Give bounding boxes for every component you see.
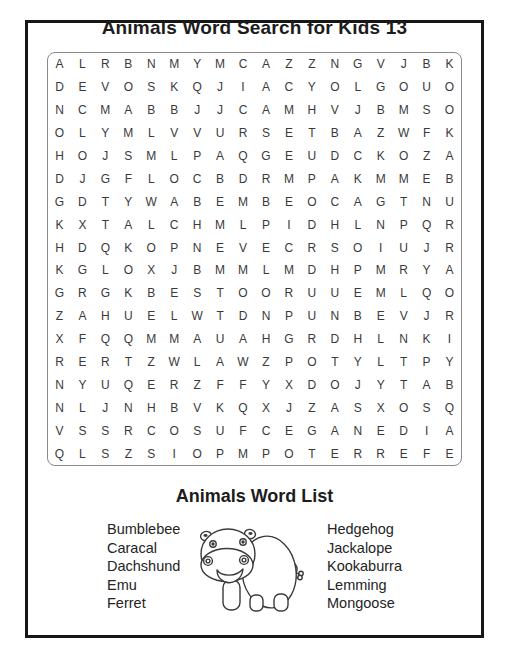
cell-r11c10[interactable]: O	[255, 282, 278, 305]
cell-r17c6[interactable]: O	[163, 419, 186, 442]
cell-r3c5[interactable]: B	[140, 99, 163, 122]
cell-r17c15[interactable]: E	[369, 419, 392, 442]
cell-r6c18[interactable]: B	[438, 167, 461, 190]
cell-r18c18[interactable]: E	[438, 442, 461, 465]
cell-r10c6[interactable]: J	[163, 259, 186, 282]
cell-r3c16[interactable]: M	[392, 99, 415, 122]
cell-r16c6[interactable]: B	[163, 396, 186, 419]
cell-r4c5[interactable]: L	[140, 122, 163, 145]
cell-r15c16[interactable]: T	[392, 373, 415, 396]
cell-r8c16[interactable]: P	[392, 213, 415, 236]
cell-r13c2[interactable]: F	[71, 328, 94, 351]
cell-r18c15[interactable]: R	[369, 442, 392, 465]
cell-r8c6[interactable]: C	[163, 213, 186, 236]
cell-r4c3[interactable]: Y	[94, 122, 117, 145]
cell-r1c15[interactable]: V	[369, 53, 392, 76]
cell-r12c8[interactable]: T	[209, 305, 232, 328]
cell-r5c5[interactable]: M	[140, 145, 163, 168]
cell-r8c13[interactable]: H	[323, 213, 346, 236]
cell-r9c1[interactable]: H	[48, 236, 71, 259]
cell-r1c4[interactable]: B	[117, 53, 140, 76]
cell-r10c8[interactable]: M	[209, 259, 232, 282]
cell-r1c8[interactable]: M	[209, 53, 232, 76]
cell-r2c18[interactable]: O	[438, 76, 461, 99]
cell-r3c14[interactable]: J	[346, 99, 369, 122]
cell-r4c18[interactable]: K	[438, 122, 461, 145]
cell-r5c17[interactable]: Z	[415, 145, 438, 168]
cell-r16c16[interactable]: O	[392, 396, 415, 419]
cell-r17c16[interactable]: D	[392, 419, 415, 442]
cell-r6c17[interactable]: E	[415, 167, 438, 190]
cell-r13c16[interactable]: N	[392, 328, 415, 351]
cell-r8c14[interactable]: L	[346, 213, 369, 236]
cell-r4c12[interactable]: T	[300, 122, 323, 145]
cell-r17c14[interactable]: N	[346, 419, 369, 442]
cell-r2c5[interactable]: S	[140, 76, 163, 99]
cell-r18c5[interactable]: S	[140, 442, 163, 465]
cell-r6c14[interactable]: K	[346, 167, 369, 190]
cell-r1c14[interactable]: G	[346, 53, 369, 76]
cell-r2c3[interactable]: V	[94, 76, 117, 99]
cell-r9c18[interactable]: R	[438, 236, 461, 259]
cell-r17c10[interactable]: C	[255, 419, 278, 442]
cell-r17c4[interactable]: R	[117, 419, 140, 442]
cell-r1c12[interactable]: Z	[300, 53, 323, 76]
cell-r5c1[interactable]: H	[48, 145, 71, 168]
cell-r14c4[interactable]: T	[117, 351, 140, 374]
cell-r3c8[interactable]: J	[209, 99, 232, 122]
cell-r15c14[interactable]: J	[346, 373, 369, 396]
cell-r13c14[interactable]: H	[346, 328, 369, 351]
cell-r3c4[interactable]: A	[117, 99, 140, 122]
cell-r3c9[interactable]: C	[232, 99, 255, 122]
cell-r14c5[interactable]: Z	[140, 351, 163, 374]
cell-r8c5[interactable]: L	[140, 213, 163, 236]
cell-r11c15[interactable]: M	[369, 282, 392, 305]
cell-r2c1[interactable]: D	[48, 76, 71, 99]
cell-r15c5[interactable]: E	[140, 373, 163, 396]
cell-r17c13[interactable]: A	[323, 419, 346, 442]
cell-r15c17[interactable]: A	[415, 373, 438, 396]
cell-r9c8[interactable]: E	[209, 236, 232, 259]
cell-r7c11[interactable]: E	[277, 190, 300, 213]
cell-r5c16[interactable]: O	[392, 145, 415, 168]
cell-r11c6[interactable]: E	[163, 282, 186, 305]
cell-r15c4[interactable]: Q	[117, 373, 140, 396]
cell-r16c10[interactable]: X	[255, 396, 278, 419]
cell-r11c1[interactable]: G	[48, 282, 71, 305]
cell-r13c4[interactable]: Q	[117, 328, 140, 351]
cell-r5c2[interactable]: O	[71, 145, 94, 168]
cell-r11c4[interactable]: K	[117, 282, 140, 305]
cell-r14c1[interactable]: R	[48, 351, 71, 374]
cell-r13c9[interactable]: A	[232, 328, 255, 351]
cell-r6c6[interactable]: O	[163, 167, 186, 190]
cell-r3c11[interactable]: M	[277, 99, 300, 122]
cell-r3c1[interactable]: N	[48, 99, 71, 122]
cell-r7c16[interactable]: T	[392, 190, 415, 213]
cell-r17c9[interactable]: F	[232, 419, 255, 442]
cell-r11c12[interactable]: U	[300, 282, 323, 305]
cell-r4c6[interactable]: V	[163, 122, 186, 145]
cell-r11c17[interactable]: Q	[415, 282, 438, 305]
cell-r1c2[interactable]: L	[71, 53, 94, 76]
cell-r15c10[interactable]: Y	[255, 373, 278, 396]
cell-r7c7[interactable]: B	[186, 190, 209, 213]
cell-r4c8[interactable]: U	[209, 122, 232, 145]
cell-r3c15[interactable]: B	[369, 99, 392, 122]
cell-r18c13[interactable]: E	[323, 442, 346, 465]
cell-r7c9[interactable]: M	[232, 190, 255, 213]
cell-r6c10[interactable]: R	[255, 167, 278, 190]
cell-r12c18[interactable]: R	[438, 305, 461, 328]
cell-r2c13[interactable]: O	[323, 76, 346, 99]
cell-r13c11[interactable]: G	[277, 328, 300, 351]
cell-r4c7[interactable]: V	[186, 122, 209, 145]
cell-r1c5[interactable]: N	[140, 53, 163, 76]
cell-r7c6[interactable]: A	[163, 190, 186, 213]
cell-r2c2[interactable]: E	[71, 76, 94, 99]
cell-r11c13[interactable]: U	[323, 282, 346, 305]
cell-r16c8[interactable]: K	[209, 396, 232, 419]
cell-r5c10[interactable]: G	[255, 145, 278, 168]
cell-r4c11[interactable]: E	[277, 122, 300, 145]
cell-r3c6[interactable]: B	[163, 99, 186, 122]
cell-r16c7[interactable]: V	[186, 396, 209, 419]
cell-r6c9[interactable]: D	[232, 167, 255, 190]
cell-r6c15[interactable]: M	[369, 167, 392, 190]
cell-r10c5[interactable]: X	[140, 259, 163, 282]
cell-r15c12[interactable]: D	[300, 373, 323, 396]
cell-r14c18[interactable]: Y	[438, 351, 461, 374]
cell-r10c9[interactable]: M	[232, 259, 255, 282]
cell-r16c14[interactable]: S	[346, 396, 369, 419]
cell-r10c15[interactable]: M	[369, 259, 392, 282]
cell-r7c1[interactable]: G	[48, 190, 71, 213]
cell-r6c1[interactable]: D	[48, 167, 71, 190]
cell-r11c14[interactable]: E	[346, 282, 369, 305]
cell-r12c2[interactable]: A	[71, 305, 94, 328]
cell-r2c8[interactable]: J	[209, 76, 232, 99]
cell-r13c18[interactable]: I	[438, 328, 461, 351]
cell-r12c3[interactable]: H	[94, 305, 117, 328]
cell-r16c9[interactable]: Q	[232, 396, 255, 419]
cell-r13c12[interactable]: R	[300, 328, 323, 351]
cell-r18c9[interactable]: M	[232, 442, 255, 465]
cell-r12c15[interactable]: E	[369, 305, 392, 328]
cell-r18c16[interactable]: E	[392, 442, 415, 465]
cell-r6c3[interactable]: G	[94, 167, 117, 190]
cell-r11c18[interactable]: O	[438, 282, 461, 305]
cell-r7c14[interactable]: A	[346, 190, 369, 213]
cell-r17c5[interactable]: C	[140, 419, 163, 442]
cell-r13c5[interactable]: M	[140, 328, 163, 351]
cell-r8c12[interactable]: D	[300, 213, 323, 236]
cell-r6c8[interactable]: B	[209, 167, 232, 190]
cell-r12c13[interactable]: N	[323, 305, 346, 328]
cell-r16c18[interactable]: Q	[438, 396, 461, 419]
cell-r7c15[interactable]: G	[369, 190, 392, 213]
cell-r15c11[interactable]: X	[277, 373, 300, 396]
cell-r8c7[interactable]: H	[186, 213, 209, 236]
cell-r17c1[interactable]: V	[48, 419, 71, 442]
cell-r16c5[interactable]: H	[140, 396, 163, 419]
cell-r2c4[interactable]: O	[117, 76, 140, 99]
cell-r6c13[interactable]: A	[323, 167, 346, 190]
cell-r9c6[interactable]: P	[163, 236, 186, 259]
cell-r18c1[interactable]: Q	[48, 442, 71, 465]
cell-r2c14[interactable]: L	[346, 76, 369, 99]
cell-r14c13[interactable]: T	[323, 351, 346, 374]
cell-r17c3[interactable]: S	[94, 419, 117, 442]
cell-r14c17[interactable]: P	[415, 351, 438, 374]
cell-r4c17[interactable]: F	[415, 122, 438, 145]
cell-r14c2[interactable]: E	[71, 351, 94, 374]
cell-r8c11[interactable]: I	[277, 213, 300, 236]
cell-r14c10[interactable]: Z	[255, 351, 278, 374]
cell-r1c6[interactable]: M	[163, 53, 186, 76]
cell-r9c2[interactable]: D	[71, 236, 94, 259]
cell-r4c1[interactable]: O	[48, 122, 71, 145]
cell-r13c17[interactable]: K	[415, 328, 438, 351]
cell-r6c2[interactable]: J	[71, 167, 94, 190]
cell-r18c14[interactable]: R	[346, 442, 369, 465]
cell-r11c16[interactable]: L	[392, 282, 415, 305]
cell-r2c6[interactable]: K	[163, 76, 186, 99]
cell-r12c1[interactable]: Z	[48, 305, 71, 328]
cell-r10c11[interactable]: M	[277, 259, 300, 282]
cell-r9c14[interactable]: O	[346, 236, 369, 259]
cell-r14c9[interactable]: W	[232, 351, 255, 374]
cell-r5c7[interactable]: P	[186, 145, 209, 168]
cell-r4c13[interactable]: B	[323, 122, 346, 145]
cell-r1c13[interactable]: N	[323, 53, 346, 76]
cell-r3c12[interactable]: H	[300, 99, 323, 122]
cell-r12c7[interactable]: W	[186, 305, 209, 328]
cell-r5c12[interactable]: U	[300, 145, 323, 168]
cell-r6c7[interactable]: C	[186, 167, 209, 190]
cell-r10c16[interactable]: R	[392, 259, 415, 282]
cell-r1c9[interactable]: C	[232, 53, 255, 76]
cell-r2c7[interactable]: Q	[186, 76, 209, 99]
cell-r14c14[interactable]: Y	[346, 351, 369, 374]
cell-r10c18[interactable]: A	[438, 259, 461, 282]
cell-r15c6[interactable]: R	[163, 373, 186, 396]
cell-r12c6[interactable]: L	[163, 305, 186, 328]
cell-r9c7[interactable]: N	[186, 236, 209, 259]
cell-r8c8[interactable]: M	[209, 213, 232, 236]
cell-r5c15[interactable]: K	[369, 145, 392, 168]
cell-r15c8[interactable]: F	[209, 373, 232, 396]
cell-r3c13[interactable]: V	[323, 99, 346, 122]
cell-r18c3[interactable]: S	[94, 442, 117, 465]
cell-r9c3[interactable]: Q	[94, 236, 117, 259]
cell-r5c8[interactable]: A	[209, 145, 232, 168]
cell-r7c10[interactable]: B	[255, 190, 278, 213]
cell-r15c9[interactable]: F	[232, 373, 255, 396]
cell-r9c4[interactable]: K	[117, 236, 140, 259]
cell-r5c14[interactable]: C	[346, 145, 369, 168]
cell-r7c13[interactable]: C	[323, 190, 346, 213]
cell-r15c18[interactable]: B	[438, 373, 461, 396]
cell-r3c2[interactable]: C	[71, 99, 94, 122]
cell-r16c11[interactable]: J	[277, 396, 300, 419]
cell-r12c9[interactable]: D	[232, 305, 255, 328]
cell-r16c15[interactable]: X	[369, 396, 392, 419]
cell-r11c5[interactable]: B	[140, 282, 163, 305]
cell-r14c6[interactable]: W	[163, 351, 186, 374]
cell-r18c2[interactable]: L	[71, 442, 94, 465]
cell-r3c7[interactable]: J	[186, 99, 209, 122]
cell-r16c3[interactable]: J	[94, 396, 117, 419]
cell-r1c10[interactable]: A	[255, 53, 278, 76]
cell-r4c4[interactable]: M	[117, 122, 140, 145]
cell-r1c1[interactable]: A	[48, 53, 71, 76]
cell-r16c2[interactable]: L	[71, 396, 94, 419]
cell-r8c2[interactable]: X	[71, 213, 94, 236]
cell-r10c10[interactable]: L	[255, 259, 278, 282]
cell-r14c7[interactable]: L	[186, 351, 209, 374]
cell-r1c7[interactable]: Y	[186, 53, 209, 76]
cell-r6c5[interactable]: L	[140, 167, 163, 190]
cell-r7c4[interactable]: Y	[117, 190, 140, 213]
cell-r18c8[interactable]: P	[209, 442, 232, 465]
cell-r17c17[interactable]: I	[415, 419, 438, 442]
cell-r12c12[interactable]: U	[300, 305, 323, 328]
cell-r3c3[interactable]: M	[94, 99, 117, 122]
cell-r10c14[interactable]: P	[346, 259, 369, 282]
cell-r1c18[interactable]: K	[438, 53, 461, 76]
cell-r6c4[interactable]: F	[117, 167, 140, 190]
cell-r13c6[interactable]: M	[163, 328, 186, 351]
cell-r14c8[interactable]: A	[209, 351, 232, 374]
cell-r18c6[interactable]: I	[163, 442, 186, 465]
cell-r15c7[interactable]: Z	[186, 373, 209, 396]
cell-r2c9[interactable]: I	[232, 76, 255, 99]
cell-r8c18[interactable]: R	[438, 213, 461, 236]
cell-r3c17[interactable]: S	[415, 99, 438, 122]
cell-r14c3[interactable]: R	[94, 351, 117, 374]
cell-r4c2[interactable]: L	[71, 122, 94, 145]
cell-r5c11[interactable]: E	[277, 145, 300, 168]
cell-r2c11[interactable]: C	[277, 76, 300, 99]
cell-r15c2[interactable]: Y	[71, 373, 94, 396]
cell-r4c16[interactable]: W	[392, 122, 415, 145]
cell-r6c12[interactable]: P	[300, 167, 323, 190]
cell-r10c3[interactable]: L	[94, 259, 117, 282]
cell-r9c9[interactable]: V	[232, 236, 255, 259]
cell-r4c9[interactable]: R	[232, 122, 255, 145]
cell-r10c4[interactable]: O	[117, 259, 140, 282]
cell-r6c16[interactable]: M	[392, 167, 415, 190]
cell-r9c15[interactable]: I	[369, 236, 392, 259]
cell-r13c8[interactable]: U	[209, 328, 232, 351]
cell-r10c17[interactable]: Y	[415, 259, 438, 282]
cell-r11c8[interactable]: T	[209, 282, 232, 305]
cell-r17c8[interactable]: U	[209, 419, 232, 442]
cell-r7c8[interactable]: E	[209, 190, 232, 213]
cell-r16c17[interactable]: S	[415, 396, 438, 419]
cell-r5c9[interactable]: Q	[232, 145, 255, 168]
cell-r15c1[interactable]: N	[48, 373, 71, 396]
cell-r17c11[interactable]: E	[277, 419, 300, 442]
cell-r14c12[interactable]: O	[300, 351, 323, 374]
cell-r7c2[interactable]: D	[71, 190, 94, 213]
cell-r13c7[interactable]: A	[186, 328, 209, 351]
cell-r13c15[interactable]: L	[369, 328, 392, 351]
cell-r9c13[interactable]: S	[323, 236, 346, 259]
cell-r7c5[interactable]: W	[140, 190, 163, 213]
cell-r3c10[interactable]: A	[255, 99, 278, 122]
cell-r16c1[interactable]: N	[48, 396, 71, 419]
cell-r8c9[interactable]: L	[232, 213, 255, 236]
cell-r18c11[interactable]: O	[277, 442, 300, 465]
cell-r4c10[interactable]: S	[255, 122, 278, 145]
cell-r14c16[interactable]: T	[392, 351, 415, 374]
cell-r3c18[interactable]: O	[438, 99, 461, 122]
cell-r1c3[interactable]: R	[94, 53, 117, 76]
cell-r17c2[interactable]: S	[71, 419, 94, 442]
cell-r7c3[interactable]: T	[94, 190, 117, 213]
cell-r11c7[interactable]: S	[186, 282, 209, 305]
cell-r17c12[interactable]: G	[300, 419, 323, 442]
cell-r16c12[interactable]: Z	[300, 396, 323, 419]
cell-r18c12[interactable]: T	[300, 442, 323, 465]
cell-r10c12[interactable]: D	[300, 259, 323, 282]
cell-r4c14[interactable]: A	[346, 122, 369, 145]
cell-r4c15[interactable]: Z	[369, 122, 392, 145]
cell-r8c3[interactable]: T	[94, 213, 117, 236]
cell-r5c18[interactable]: A	[438, 145, 461, 168]
cell-r6c11[interactable]: M	[277, 167, 300, 190]
cell-r9c5[interactable]: O	[140, 236, 163, 259]
cell-r12c17[interactable]: J	[415, 305, 438, 328]
cell-r9c11[interactable]: C	[277, 236, 300, 259]
cell-r5c6[interactable]: L	[163, 145, 186, 168]
cell-r13c1[interactable]: X	[48, 328, 71, 351]
cell-r11c3[interactable]: G	[94, 282, 117, 305]
cell-r16c4[interactable]: N	[117, 396, 140, 419]
cell-r18c10[interactable]: P	[255, 442, 278, 465]
cell-r15c15[interactable]: Y	[369, 373, 392, 396]
cell-r12c11[interactable]: P	[277, 305, 300, 328]
cell-r18c7[interactable]: O	[186, 442, 209, 465]
cell-r13c13[interactable]: D	[323, 328, 346, 351]
cell-r13c10[interactable]: H	[255, 328, 278, 351]
cell-r18c17[interactable]: F	[415, 442, 438, 465]
cell-r12c14[interactable]: B	[346, 305, 369, 328]
cell-r10c1[interactable]: K	[48, 259, 71, 282]
cell-r7c17[interactable]: N	[415, 190, 438, 213]
cell-r10c13[interactable]: H	[323, 259, 346, 282]
cell-r15c3[interactable]: U	[94, 373, 117, 396]
cell-r7c12[interactable]: O	[300, 190, 323, 213]
cell-r5c4[interactable]: S	[117, 145, 140, 168]
cell-r1c17[interactable]: B	[415, 53, 438, 76]
cell-r2c12[interactable]: Y	[300, 76, 323, 99]
cell-r10c7[interactable]: B	[186, 259, 209, 282]
cell-r10c2[interactable]: G	[71, 259, 94, 282]
cell-r17c18[interactable]: A	[438, 419, 461, 442]
cell-r15c13[interactable]: O	[323, 373, 346, 396]
cell-r7c18[interactable]: U	[438, 190, 461, 213]
cell-r14c15[interactable]: L	[369, 351, 392, 374]
cell-r9c17[interactable]: J	[415, 236, 438, 259]
cell-r11c9[interactable]: O	[232, 282, 255, 305]
cell-r8c4[interactable]: A	[117, 213, 140, 236]
cell-r2c10[interactable]: A	[255, 76, 278, 99]
cell-r12c4[interactable]: U	[117, 305, 140, 328]
